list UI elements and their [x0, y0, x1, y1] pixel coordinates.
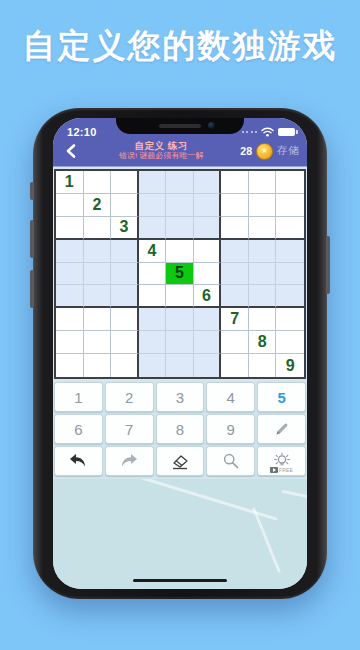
grid-cell-r3c4[interactable]	[139, 217, 167, 240]
grid-cell-r8c4[interactable]	[139, 331, 167, 354]
grid-cell-r3c2[interactable]	[84, 217, 112, 240]
grid-cell-r5c9[interactable]	[276, 263, 304, 286]
power-button	[326, 236, 330, 294]
grid-cell-r5c5[interactable]: 5	[166, 263, 194, 286]
grid-cell-r2c7[interactable]	[221, 194, 249, 217]
nav-bar: 自定义 练习 错误! 谜题必须有唯一解 28 ★ 存储	[53, 138, 307, 167]
grid-cell-r3c8[interactable]	[249, 217, 277, 240]
front-camera-icon	[208, 122, 215, 129]
grid-cell-r6c7[interactable]	[221, 285, 249, 308]
clock: 12:10	[67, 126, 97, 138]
grid-cell-r3c6[interactable]	[194, 217, 222, 240]
grid-cell-r9c6[interactable]	[194, 354, 222, 377]
grid-cell-r3c9[interactable]	[276, 217, 304, 240]
board-area: 123456789	[53, 167, 307, 380]
grid-cell-r8c8[interactable]: 8	[249, 331, 277, 354]
sudoku-board: 123456789	[54, 169, 306, 379]
grid-cell-r2c4[interactable]	[139, 194, 167, 217]
nav-title: 自定义 练习	[82, 141, 240, 151]
coin-icon: ★	[256, 143, 273, 160]
undo-button[interactable]	[54, 446, 103, 476]
cellular-dots-icon	[242, 131, 258, 133]
grid-cell-r1c2[interactable]	[84, 171, 112, 194]
grid-cell-r5c4[interactable]	[139, 263, 167, 286]
digit-key-8[interactable]: 8	[156, 414, 205, 444]
grid-cell-r4c5[interactable]	[166, 240, 194, 263]
grid-cell-r9c2[interactable]	[84, 354, 112, 377]
volume-up-button	[30, 220, 34, 258]
speaker-slot-icon	[159, 124, 201, 128]
grid-cell-r7c9[interactable]	[276, 308, 304, 331]
digit-key-6[interactable]: 6	[54, 414, 103, 444]
grid-cell-r1c7[interactable]	[221, 171, 249, 194]
notch	[116, 118, 244, 134]
pencil-icon	[273, 420, 291, 438]
map-road-line	[281, 490, 307, 507]
grid-cell-r3c5[interactable]	[166, 217, 194, 240]
grid-cell-r7c3[interactable]	[111, 308, 139, 331]
grid-cell-r7c4[interactable]	[139, 308, 167, 331]
grid-cell-r4c2[interactable]	[84, 240, 112, 263]
grid-cell-r7c5[interactable]	[166, 308, 194, 331]
grid-cell-r7c6[interactable]	[194, 308, 222, 331]
grid-cell-r9c3[interactable]	[111, 354, 139, 377]
page-title: 自定义您的数独游戏	[0, 24, 360, 69]
grid-cell-r5c6[interactable]	[194, 263, 222, 286]
nav-titles: 自定义 练习 错误! 谜题必须有唯一解	[82, 141, 240, 161]
battery-icon	[278, 128, 295, 136]
grid-cell-r1c1[interactable]: 1	[56, 171, 84, 194]
grid-cell-r1c5[interactable]	[166, 171, 194, 194]
grid-cell-r8c7[interactable]	[221, 331, 249, 354]
grid-cell-r6c5[interactable]	[166, 285, 194, 308]
digit-key-4[interactable]: 4	[206, 382, 255, 412]
save-button[interactable]: 存储	[277, 144, 300, 158]
hint-button[interactable]: FREE	[257, 446, 306, 476]
grid-cell-r5c1[interactable]	[56, 263, 84, 286]
grid-cell-r8c1[interactable]	[56, 331, 84, 354]
digit-key-1[interactable]: 1	[54, 382, 103, 412]
grid-cell-r9c5[interactable]	[166, 354, 194, 377]
grid-cell-r4c7[interactable]	[221, 240, 249, 263]
grid-cell-r2c5[interactable]	[166, 194, 194, 217]
grid-cell-r4c4[interactable]: 4	[139, 240, 167, 263]
grid-cell-r7c1[interactable]	[56, 308, 84, 331]
redo-icon	[119, 453, 139, 469]
phone-screen: 12:10 自定义 练习 错误! 谜题必须有唯一解 28 ★	[53, 118, 307, 589]
error-message: 错误! 谜题必须有唯一解	[82, 152, 240, 161]
grid-cell-r6c9[interactable]	[276, 285, 304, 308]
grid-cell-r1c6[interactable]	[194, 171, 222, 194]
nav-right-group: 28 ★ 存储	[240, 143, 300, 160]
grid-cell-r6c3[interactable]	[111, 285, 139, 308]
grid-cell-r2c2[interactable]: 2	[84, 194, 112, 217]
grid-cell-r8c3[interactable]	[111, 331, 139, 354]
grid-cell-r7c7[interactable]: 7	[221, 308, 249, 331]
grid-cell-r5c2[interactable]	[84, 263, 112, 286]
grid-cell-r4c6[interactable]	[194, 240, 222, 263]
grid-cell-r6c1[interactable]	[56, 285, 84, 308]
grid-cell-r5c7[interactable]	[221, 263, 249, 286]
eraser-icon	[170, 453, 190, 470]
volume-down-button	[30, 270, 34, 308]
wifi-icon	[261, 127, 274, 137]
grid-cell-r9c9[interactable]: 9	[276, 354, 304, 377]
grid-cell-r8c9[interactable]	[276, 331, 304, 354]
grid-cell-r2c8[interactable]	[249, 194, 277, 217]
grid-cell-r7c8[interactable]	[249, 308, 277, 331]
digit-key-7[interactable]: 7	[105, 414, 154, 444]
grid-cell-r2c1[interactable]	[56, 194, 84, 217]
grid-cell-r3c1[interactable]	[56, 217, 84, 240]
map-background	[53, 479, 307, 589]
grid-cell-r2c3[interactable]	[111, 194, 139, 217]
redo-button[interactable]	[105, 446, 154, 476]
grid-cell-r2c9[interactable]	[276, 194, 304, 217]
back-chevron-icon[interactable]	[60, 143, 82, 159]
grid-cell-r3c3[interactable]: 3	[111, 217, 139, 240]
grid-cell-r4c8[interactable]	[249, 240, 277, 263]
digit-key-9[interactable]: 9	[206, 414, 255, 444]
coin-count: 28	[240, 145, 252, 157]
grid-cell-r4c9[interactable]	[276, 240, 304, 263]
grid-cell-r7c2[interactable]	[84, 308, 112, 331]
grid-cell-r8c6[interactable]	[194, 331, 222, 354]
grid-cell-r1c9[interactable]	[276, 171, 304, 194]
digit-key-2[interactable]: 2	[105, 382, 154, 412]
grid-cell-r1c3[interactable]	[111, 171, 139, 194]
number-pad: 1 2 3 4 5 6 7 8 9	[53, 380, 307, 479]
grid-cell-r9c1[interactable]	[56, 354, 84, 377]
grid-cell-r4c3[interactable]	[111, 240, 139, 263]
grid-cell-r3c7[interactable]	[221, 217, 249, 240]
grid-cell-r1c4[interactable]	[139, 171, 167, 194]
grid-cell-r6c4[interactable]	[139, 285, 167, 308]
grid-cell-r6c6[interactable]: 6	[194, 285, 222, 308]
digit-key-5[interactable]: 5	[257, 382, 306, 412]
home-indicator[interactable]	[133, 579, 227, 583]
eraser-button[interactable]	[156, 446, 205, 476]
magnifier-icon	[222, 452, 240, 470]
map-road-line	[114, 479, 277, 521]
grid-cell-r6c2[interactable]	[84, 285, 112, 308]
mute-switch	[30, 182, 34, 200]
grid-cell-r5c8[interactable]	[249, 263, 277, 286]
phone-mockup: 12:10 自定义 练习 错误! 谜题必须有唯一解 28 ★	[33, 108, 327, 599]
grid-cell-r9c8[interactable]	[249, 354, 277, 377]
grid-cell-r5c3[interactable]	[111, 263, 139, 286]
grid-cell-r8c5[interactable]	[166, 331, 194, 354]
grid-cell-r1c8[interactable]	[249, 171, 277, 194]
grid-cell-r9c4[interactable]	[139, 354, 167, 377]
grid-cell-r4c1[interactable]	[56, 240, 84, 263]
digit-key-3[interactable]: 3	[156, 382, 205, 412]
magnifier-button[interactable]	[206, 446, 255, 476]
grid-cell-r2c6[interactable]	[194, 194, 222, 217]
grid-cell-r6c8[interactable]	[249, 285, 277, 308]
pencil-button[interactable]	[257, 414, 306, 444]
grid-cell-r8c2[interactable]	[84, 331, 112, 354]
grid-cell-r9c7[interactable]	[221, 354, 249, 377]
hint-bulb-icon	[271, 452, 293, 470]
undo-icon	[68, 453, 88, 469]
